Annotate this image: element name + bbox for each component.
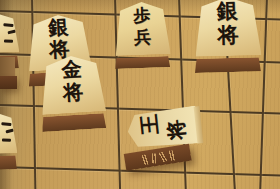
piece-face: 銀 将	[194, 0, 262, 57]
partial-kanji-strokes	[1, 122, 11, 126]
kanji-top: 銀	[48, 17, 69, 38]
signature-glyph	[158, 151, 167, 162]
kanji-bottom: 将	[217, 24, 239, 46]
piece-face: 歩 兵	[114, 1, 171, 56]
piece-king-tipped-over[interactable]: 王 将	[120, 103, 209, 179]
kanji-top: 銀	[217, 0, 239, 21]
partial-piece-bottom-left[interactable]	[0, 111, 18, 171]
shogi-board: 銀 将 歩 兵 銀 将 金 将 王 将	[0, 0, 280, 189]
piece-gold-general[interactable]: 金 将	[39, 54, 107, 132]
partial-kanji-strokes	[3, 23, 13, 27]
piece-front-edge	[41, 113, 106, 132]
partial-kanji-strokes	[5, 129, 13, 133]
partial-kanji-strokes	[8, 30, 16, 34]
piece-front-edge	[115, 56, 170, 69]
kanji-top: 金	[61, 58, 82, 79]
signature-glyph	[168, 150, 175, 160]
partial-piece-middle-left-edge	[0, 76, 17, 89]
piece-face	[0, 111, 17, 155]
kanji-top: 歩	[133, 6, 151, 25]
piece-front-edge	[0, 155, 17, 171]
partial-piece-middle-left	[0, 57, 15, 77]
partial-kanji-strokes	[4, 39, 13, 42]
kanji-top: 王	[138, 113, 160, 135]
piece-silver-general-right[interactable]: 銀 将	[194, 0, 262, 73]
partial-kanji-strokes	[2, 138, 11, 141]
piece-face: 金 将	[39, 54, 106, 115]
piece-front-edge	[195, 57, 261, 73]
piece-face	[0, 12, 19, 54]
signature-glyph	[150, 153, 157, 163]
kanji-bottom: 将	[165, 119, 187, 141]
signature-glyph	[141, 154, 148, 165]
piece-pawn[interactable]: 歩 兵	[114, 1, 171, 69]
maker-signature-marks	[124, 144, 192, 171]
kanji-bottom: 兵	[134, 28, 152, 47]
kanji-bottom: 将	[62, 81, 83, 102]
